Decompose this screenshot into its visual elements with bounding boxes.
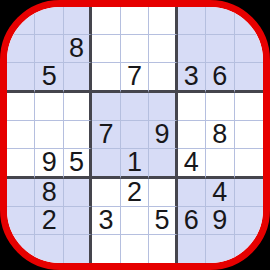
cell-r7c7 (178, 179, 206, 207)
cell-r1c5 (121, 7, 149, 35)
cell-r9c7 (178, 235, 206, 263)
cell-r7c9 (235, 179, 263, 207)
cell-r5c5 (121, 121, 149, 149)
cell-r6c7: 4 (178, 149, 206, 179)
cell-r9c6 (149, 235, 177, 263)
cell-r6c2: 9 (35, 149, 63, 179)
cell-r4c7 (178, 93, 206, 121)
cell-r7c6 (149, 179, 177, 207)
cell-r1c8 (206, 7, 234, 35)
cell-r8c8: 9 (206, 207, 234, 235)
cell-r4c9 (235, 93, 263, 121)
cell-r1c4 (92, 7, 120, 35)
cell-r3c2: 5 (35, 63, 63, 93)
cell-r2c4 (92, 35, 120, 63)
cell-r1c2 (35, 7, 63, 35)
cell-r9c8 (206, 235, 234, 263)
cell-r8c4: 3 (92, 207, 120, 235)
cell-r5c2 (35, 121, 63, 149)
cell-r8c3 (64, 207, 92, 235)
cell-r1c9 (235, 7, 263, 35)
cell-r6c6 (149, 149, 177, 179)
cell-r7c1 (7, 179, 35, 207)
cell-r2c9 (235, 35, 263, 63)
cell-r4c1 (7, 93, 35, 121)
cell-r4c2 (35, 93, 63, 121)
cell-r1c3 (64, 7, 92, 35)
cell-r2c7 (178, 35, 206, 63)
cell-r3c5: 7 (121, 63, 149, 93)
cell-r7c2: 8 (35, 179, 63, 207)
cell-r9c5 (121, 235, 149, 263)
cell-r4c3 (64, 93, 92, 121)
cell-r8c1 (7, 207, 35, 235)
cell-r7c3 (64, 179, 92, 207)
cell-r3c6 (149, 63, 177, 93)
cell-r9c1 (7, 235, 35, 263)
sudoku-board: 85736798951482423569 (7, 7, 263, 263)
cell-r5c3 (64, 121, 92, 149)
cell-r1c7 (178, 7, 206, 35)
cell-r2c5 (121, 35, 149, 63)
cell-r7c5: 2 (121, 179, 149, 207)
sudoku-app-icon[interactable]: 85736798951482423569 (0, 0, 270, 270)
cell-r4c8 (206, 93, 234, 121)
cell-r4c5 (121, 93, 149, 121)
cell-r4c6 (149, 93, 177, 121)
cell-r6c4 (92, 149, 120, 179)
cell-r9c2 (35, 235, 63, 263)
cell-r6c9 (235, 149, 263, 179)
cell-r2c8 (206, 35, 234, 63)
cell-r5c8: 8 (206, 121, 234, 149)
cell-r2c2 (35, 35, 63, 63)
cell-r9c4 (92, 235, 120, 263)
cell-r7c8: 4 (206, 179, 234, 207)
cell-r3c1 (7, 63, 35, 93)
cell-r8c5 (121, 207, 149, 235)
cell-r3c3 (64, 63, 92, 93)
cell-r8c7: 6 (178, 207, 206, 235)
cell-r3c9 (235, 63, 263, 93)
cell-r6c1 (7, 149, 35, 179)
cell-r5c9 (235, 121, 263, 149)
cell-r9c9 (235, 235, 263, 263)
cell-r5c7 (178, 121, 206, 149)
cell-r9c3 (64, 235, 92, 263)
cell-r4c4 (92, 93, 120, 121)
cell-r2c1 (7, 35, 35, 63)
cell-r7c4 (92, 179, 120, 207)
cell-r8c9 (235, 207, 263, 235)
cell-r5c4: 7 (92, 121, 120, 149)
cell-r5c1 (7, 121, 35, 149)
cell-r6c5: 1 (121, 149, 149, 179)
cell-r1c6 (149, 7, 177, 35)
cell-r1c1 (7, 7, 35, 35)
cell-r6c8 (206, 149, 234, 179)
cell-r2c3: 8 (64, 35, 92, 63)
cell-r2c6 (149, 35, 177, 63)
cell-r5c6: 9 (149, 121, 177, 149)
cell-r6c3: 5 (64, 149, 92, 179)
cell-r3c4 (92, 63, 120, 93)
cell-r8c2: 2 (35, 207, 63, 235)
cell-r3c7: 3 (178, 63, 206, 93)
cell-r3c8: 6 (206, 63, 234, 93)
cell-r8c6: 5 (149, 207, 177, 235)
